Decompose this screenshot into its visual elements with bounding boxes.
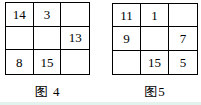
fig4-cell-r1c3-empty[interactable]	[61, 3, 89, 27]
fig4-cell-r2c2-empty[interactable]	[34, 27, 62, 51]
fig4-cell-r3c2: 15	[34, 50, 62, 74]
fig5-cell-r3c2: 15	[141, 51, 169, 74]
bottom-edge-strip	[0, 102, 201, 105]
fig5-cell-r2c1: 9	[113, 27, 141, 50]
magic-square-grid-fig5: 11 1 9 7 15 5	[112, 3, 198, 75]
fig5-cell-r3c1-empty[interactable]	[113, 51, 141, 74]
fig4-cell-r2c1-empty[interactable]	[6, 27, 34, 51]
magic-square-grid-fig4: 14 3 13 8 15	[5, 2, 90, 75]
fig5-cell-r2c2-empty[interactable]	[141, 27, 169, 50]
fig5-cell-r3c3: 5	[169, 51, 197, 74]
fig4-cell-r1c1: 14	[6, 3, 34, 27]
fig5-cell-r1c2: 1	[141, 4, 169, 27]
fig4-cell-r1c2: 3	[34, 3, 62, 27]
fig4-cell-r2c3: 13	[61, 27, 89, 51]
fig4-cell-r3c1: 8	[6, 50, 34, 74]
fig5-cell-r2c3: 7	[169, 27, 197, 50]
fig5-cell-r1c3-empty[interactable]	[169, 4, 197, 27]
figure4-caption: 图 4	[5, 83, 90, 99]
fig4-cell-r3c3-empty[interactable]	[61, 50, 89, 74]
figure5-caption: 图5	[112, 83, 198, 99]
fig5-cell-r1c1: 11	[113, 4, 141, 27]
puzzle-figure-screenshot: 14 3 13 8 15 11 1 9 7 15 5 图 4 图5	[0, 0, 201, 105]
